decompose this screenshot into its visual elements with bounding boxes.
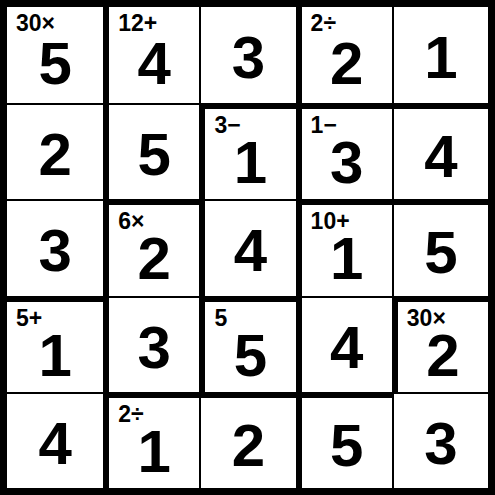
cell-value: 5 (424, 223, 457, 283)
cell-r5c3: 2 (199, 392, 295, 488)
cell-r1c3: 3 (199, 7, 295, 103)
cell-r4c1: 5+1 (7, 296, 103, 392)
cell-value: 2 (426, 326, 459, 386)
cell-value: 3 (424, 414, 457, 474)
kenken-board: 30×512+432÷21253−11−3436×2410+155+135543… (0, 0, 495, 495)
cell-r5c1: 4 (7, 392, 103, 488)
cell-r5c4: 5 (296, 392, 392, 488)
cell-value: 4 (138, 34, 171, 94)
cell-r1c2: 12+4 (103, 7, 199, 103)
cell-r1c5: 1 (392, 7, 488, 103)
cell-value: 1 (138, 422, 171, 482)
cage-clue: 5 (214, 306, 227, 330)
cell-r4c2: 3 (103, 296, 199, 392)
cell-value: 2 (38, 125, 71, 185)
cage-clue: 5+ (16, 306, 42, 330)
cell-r4c3: 55 (199, 296, 295, 392)
cell-value: 4 (424, 127, 457, 187)
cell-value: 2 (330, 34, 363, 94)
cage-clue: 2÷ (311, 11, 336, 35)
cage-clue: 10+ (311, 209, 350, 233)
cell-value: 5 (330, 416, 363, 476)
cell-value: 2 (232, 416, 265, 476)
cell-value: 1 (424, 28, 457, 88)
cell-value: 1 (330, 229, 363, 289)
cell-value: 5 (138, 125, 171, 185)
cell-r1c4: 2÷2 (296, 7, 392, 103)
cell-r2c3: 3−1 (199, 103, 295, 199)
cell-value: 5 (234, 326, 267, 386)
cell-r2c1: 2 (7, 103, 103, 199)
cell-value: 2 (138, 229, 171, 289)
cell-value: 3 (38, 221, 71, 281)
cage-clue: 30× (407, 306, 446, 330)
cell-value: 5 (38, 34, 71, 94)
cell-r1c1: 30×5 (7, 7, 103, 103)
cell-r3c2: 6×2 (103, 199, 199, 295)
cell-value: 4 (38, 414, 71, 474)
cell-r3c4: 10+1 (296, 199, 392, 295)
cell-value: 1 (234, 133, 267, 193)
cage-clue: 1− (311, 113, 337, 137)
cell-r4c5: 30×2 (392, 296, 488, 392)
cell-value: 3 (330, 133, 363, 193)
cell-r3c3: 4 (199, 199, 295, 295)
cage-clue: 6× (118, 209, 144, 233)
cage-clue: 30× (16, 11, 55, 35)
cell-value: 3 (138, 318, 171, 378)
cell-r3c1: 3 (7, 199, 103, 295)
cell-r2c4: 1−3 (296, 103, 392, 199)
cell-r4c4: 4 (296, 296, 392, 392)
cell-r2c5: 4 (392, 103, 488, 199)
cell-r2c2: 5 (103, 103, 199, 199)
cell-value: 4 (234, 221, 267, 281)
cage-clue: 12+ (118, 11, 157, 35)
cell-value: 4 (330, 318, 363, 378)
cell-r5c5: 3 (392, 392, 488, 488)
cell-value: 1 (38, 326, 71, 386)
cell-r5c2: 2÷1 (103, 392, 199, 488)
cage-clue: 3− (214, 113, 240, 137)
cell-r3c5: 5 (392, 199, 488, 295)
cage-clue: 2÷ (118, 402, 143, 426)
cell-value: 3 (232, 28, 265, 88)
